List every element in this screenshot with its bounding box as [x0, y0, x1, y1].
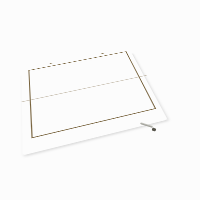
- clasp-pin: [140, 122, 153, 128]
- hinge-mark: [50, 63, 54, 64]
- clasp-green-dot: [136, 126, 138, 128]
- hinge-mark: [101, 53, 105, 54]
- product-photo-checkers-set[interactable]: [0, 0, 200, 200]
- clasp-tip: [152, 128, 156, 132]
- metal-clasp: [136, 120, 160, 134]
